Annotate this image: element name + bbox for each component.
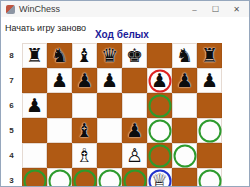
piece-black-rook: ♜ [22, 43, 47, 68]
square-d7[interactable]: ♟ [97, 68, 122, 93]
square-e3[interactable] [122, 168, 147, 187]
square-g7[interactable]: ♟ [172, 68, 197, 93]
square-d6[interactable] [97, 93, 122, 118]
rank-label-6: 6 [1, 93, 22, 118]
piece-black-queen: ♛ [97, 43, 122, 68]
close-button[interactable]: ✕ [226, 1, 247, 17]
chess-board: ♜♞♝♛♚♞♜♟♟♟♟♟♟♟♝♟♗♙♕ [22, 43, 222, 187]
square-a3[interactable] [22, 168, 47, 187]
maximize-button[interactable]: ☐ [205, 1, 226, 17]
piece-black-pawn: ♟ [72, 68, 97, 93]
moves-highlight-ring [198, 119, 221, 142]
moves-highlight-ring [148, 144, 171, 167]
square-d3[interactable] [97, 168, 122, 187]
square-f5[interactable] [147, 118, 172, 143]
square-e6[interactable] [122, 93, 147, 118]
rank-label-3: 3 [1, 168, 22, 187]
square-c7[interactable]: ♟ [72, 68, 97, 93]
square-h5[interactable] [197, 118, 222, 143]
minimize-button[interactable]: – [184, 1, 205, 17]
square-e8[interactable]: ♚ [122, 43, 147, 68]
piece-black-king: ♚ [122, 43, 147, 68]
moves-highlight-ring [23, 169, 46, 187]
square-b3[interactable] [47, 168, 72, 187]
square-g6[interactable] [172, 93, 197, 118]
square-b5[interactable] [47, 118, 72, 143]
square-g4[interactable] [172, 143, 197, 168]
piece-black-bishop: ♝ [72, 118, 97, 143]
square-e7[interactable] [122, 68, 147, 93]
square-g3[interactable] [172, 168, 197, 187]
turn-indicator: Ход белых [22, 29, 222, 42]
window-controls: – ☐ ✕ [184, 1, 247, 17]
square-d4[interactable] [97, 143, 122, 168]
square-c5[interactable]: ♝ [72, 118, 97, 143]
square-h7[interactable]: ♟ [197, 68, 222, 93]
square-g5[interactable] [172, 118, 197, 143]
piece-white-bishop: ♗ [72, 143, 97, 168]
moves-highlight-ring [148, 94, 171, 117]
piece-black-pawn: ♟ [197, 68, 222, 93]
piece-black-pawn: ♟ [147, 68, 172, 93]
piece-white-pawn: ♙ [122, 143, 147, 168]
square-f4[interactable] [147, 143, 172, 168]
piece-black-knight: ♞ [172, 43, 197, 68]
moves-highlight-ring [48, 169, 71, 187]
moves-highlight-ring [173, 144, 196, 167]
square-b6[interactable] [47, 93, 72, 118]
square-f8[interactable] [147, 43, 172, 68]
square-a6[interactable]: ♟ [22, 93, 47, 118]
winchess-window: WinChess – ☐ ✕ Начать игру заново Ход бе… [0, 0, 250, 187]
square-e5[interactable]: ♟ [122, 118, 147, 143]
square-f3[interactable]: ♕ [147, 168, 172, 187]
piece-black-bishop: ♝ [72, 43, 97, 68]
piece-black-pawn: ♟ [172, 68, 197, 93]
square-d8[interactable]: ♛ [97, 43, 122, 68]
piece-white-queen: ♕ [147, 168, 172, 187]
piece-black-rook: ♜ [197, 43, 222, 68]
square-h4[interactable] [197, 143, 222, 168]
rank-label-7: 7 [1, 68, 22, 93]
square-e4[interactable]: ♙ [122, 143, 147, 168]
rank-label-5: 5 [1, 118, 22, 143]
square-f6[interactable] [147, 93, 172, 118]
capture-highlight-ring [148, 69, 171, 92]
piece-black-pawn: ♟ [22, 93, 47, 118]
square-a7[interactable] [22, 68, 47, 93]
square-b4[interactable] [47, 143, 72, 168]
moves-highlight-ring [148, 119, 171, 142]
square-g8[interactable]: ♞ [172, 43, 197, 68]
square-h3[interactable] [197, 168, 222, 187]
moves-highlight-ring [198, 169, 221, 187]
square-h6[interactable] [197, 93, 222, 118]
square-a4[interactable] [22, 143, 47, 168]
moves-highlight-ring [73, 169, 96, 187]
piece-black-pawn: ♟ [97, 68, 122, 93]
rank-label-4: 4 [1, 143, 22, 168]
window-title: WinChess [19, 4, 60, 14]
square-c6[interactable] [72, 93, 97, 118]
square-c4[interactable]: ♗ [72, 143, 97, 168]
piece-black-knight: ♞ [47, 43, 72, 68]
square-f7[interactable]: ♟ [147, 68, 172, 93]
rank-label-8: 8 [1, 43, 22, 68]
square-b7[interactable]: ♟ [47, 68, 72, 93]
moves-highlight-ring [98, 169, 121, 187]
square-h8[interactable]: ♜ [197, 43, 222, 68]
square-a8[interactable]: ♜ [22, 43, 47, 68]
square-d5[interactable] [97, 118, 122, 143]
square-b8[interactable]: ♞ [47, 43, 72, 68]
selected-highlight-ring [148, 169, 171, 187]
piece-black-pawn: ♟ [122, 118, 147, 143]
moves-highlight-ring [123, 169, 146, 187]
piece-black-pawn: ♟ [47, 68, 72, 93]
square-c8[interactable]: ♝ [72, 43, 97, 68]
title-bar: WinChess – ☐ ✕ [1, 1, 249, 17]
square-a5[interactable] [22, 118, 47, 143]
square-c3[interactable] [72, 168, 97, 187]
app-icon [6, 5, 15, 14]
